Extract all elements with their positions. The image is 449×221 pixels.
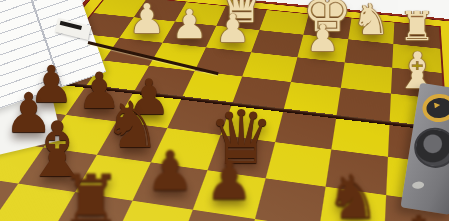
- square-c7: [255, 178, 325, 221]
- scene: ♚♛♜♞♝♟♟♟♟♚♛♜♝♞♞♟♟♟♟♟♟: [0, 0, 449, 221]
- clock-face-icon: [411, 125, 449, 171]
- clock-foot: [412, 181, 425, 189]
- clock-lever-dial-icon: [421, 93, 449, 124]
